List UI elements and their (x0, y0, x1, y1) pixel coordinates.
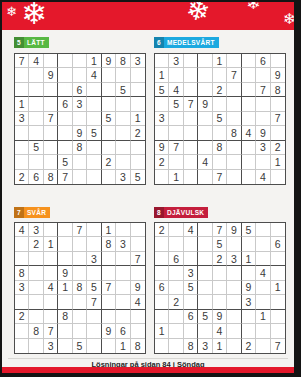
sudoku-cell-given: 1 (155, 324, 169, 338)
sudoku-cell-given: 7 (131, 252, 145, 266)
sudoku-cell-empty (29, 83, 43, 97)
sudoku-cell-empty (155, 339, 169, 353)
sudoku-cell-empty (155, 310, 169, 324)
sudoku-cell-empty (29, 97, 43, 111)
sudoku-cell-given: 8 (227, 126, 241, 140)
sudoku-cell-empty (169, 223, 183, 237)
sudoku-cell-given: 8 (58, 310, 72, 324)
sudoku-cell-empty (213, 281, 227, 295)
sudoku-cell-given: 4 (256, 266, 270, 280)
sudoku-cell-empty (58, 339, 72, 353)
sudoku-cell-empty (213, 68, 227, 82)
sudoku-cell-empty (242, 324, 256, 338)
sudoku-cell-given: 6 (184, 310, 198, 324)
sudoku-cell-empty (15, 339, 29, 353)
sudoku-cell-given: 3 (169, 54, 183, 68)
sudoku-cell-given: 9 (155, 141, 169, 155)
sudoku-cell-empty (102, 83, 116, 97)
sudoku-cell-given: 9 (227, 223, 241, 237)
sudoku-cell-empty (29, 155, 43, 169)
sudoku-cell-empty (198, 281, 212, 295)
sudoku-cell-given: 7 (227, 68, 241, 82)
snowflake-icon: ❄ (246, 2, 260, 12)
sudoku-cell-given: 7 (44, 112, 58, 126)
sudoku-cell-empty (213, 97, 227, 111)
sudoku-cell-empty (227, 97, 241, 111)
sudoku-cell-given: 3 (131, 54, 145, 68)
difficulty-badge-djavulsk: 8 DJÄVULSK (154, 207, 208, 218)
sudoku-cell-empty (169, 237, 183, 251)
sudoku-cell-empty (102, 266, 116, 280)
sudoku-cell-empty (242, 83, 256, 97)
sudoku-cell-empty (102, 295, 116, 309)
sudoku-cell-empty (44, 266, 58, 280)
sudoku-cell-empty (131, 83, 145, 97)
sudoku-cell-empty (169, 324, 183, 338)
sudoku-cell-empty (184, 252, 198, 266)
sudoku-cell-empty (271, 223, 285, 237)
sudoku-cell-given: 3 (198, 339, 212, 353)
sudoku-cell-empty (73, 155, 87, 169)
sudoku-cell-empty (242, 155, 256, 169)
sudoku-cell-given: 1 (15, 97, 29, 111)
sudoku-cell-given: 5 (198, 310, 212, 324)
sudoku-cell-empty (155, 54, 169, 68)
sudoku-cell-empty (29, 112, 43, 126)
sudoku-cell-empty (58, 68, 72, 82)
sudoku-cell-empty (256, 252, 270, 266)
sudoku-cell-empty (169, 281, 183, 295)
sudoku-cell-empty (44, 126, 58, 140)
sudoku-cell-given: 2 (15, 170, 29, 184)
sudoku-cell-empty (15, 126, 29, 140)
snowflake-icon: ❄ (21, 2, 47, 29)
sudoku-cell-empty (155, 266, 169, 280)
difficulty-badge-latt: 5 LÄTT (14, 37, 49, 48)
sudoku-cell-empty (198, 237, 212, 251)
sudoku-cell-empty (87, 170, 101, 184)
sudoku-cell-given: 5 (242, 223, 256, 237)
sudoku-cell-empty (73, 54, 87, 68)
sudoku-cell-empty (73, 324, 87, 338)
sudoku-cell-given: 1 (271, 281, 285, 295)
sudoku-cell-empty (58, 223, 72, 237)
sudoku-cell-given: 5 (87, 281, 101, 295)
sudoku-cell-given: 1 (169, 170, 183, 184)
sudoku-cell-given: 1 (242, 252, 256, 266)
sudoku-cell-empty (155, 237, 169, 251)
sudoku-cell-empty (44, 310, 58, 324)
sudoku-cell-given: 3 (87, 252, 101, 266)
sudoku-cell-given: 7 (44, 324, 58, 338)
sudoku-cell-empty (256, 155, 270, 169)
sudoku-cell-given: 6 (58, 97, 72, 111)
sudoku-cell-given: 8 (102, 237, 116, 251)
sudoku-cell-empty (116, 112, 130, 126)
sudoku-cell-empty (116, 281, 130, 295)
sudoku-cell-empty (15, 83, 29, 97)
sudoku-cell-empty (116, 126, 130, 140)
sudoku-cell-empty (227, 310, 241, 324)
sudoku-cell-empty (169, 155, 183, 169)
sudoku-cell-empty (256, 237, 270, 251)
sudoku-cell-given: 1 (155, 68, 169, 82)
sudoku-cell-empty (44, 252, 58, 266)
sudoku-cell-given: 1 (116, 339, 130, 353)
sudoku-cell-empty (227, 266, 241, 280)
sudoku-cell-given: 5 (169, 97, 183, 111)
sudoku-cell-empty (58, 54, 72, 68)
sudoku-cell-empty (184, 112, 198, 126)
sudoku-cell-empty (271, 126, 285, 140)
sudoku-cell-empty (242, 68, 256, 82)
sudoku-cell-empty (73, 112, 87, 126)
sudoku-cell-empty (271, 310, 285, 324)
sudoku-cell-empty (116, 310, 130, 324)
sudoku-cell-empty (58, 126, 72, 140)
sudoku-cell-empty (44, 141, 58, 155)
sudoku-cell-empty (184, 83, 198, 97)
sudoku-cell-empty (169, 310, 183, 324)
sudoku-cell-empty (58, 83, 72, 97)
sudoku-cell-given: 3 (29, 223, 43, 237)
sudoku-cell-given: 7 (73, 223, 87, 237)
sudoku-cell-given: 4 (87, 68, 101, 82)
sudoku-cell-empty (242, 170, 256, 184)
sudoku-cell-given: 1 (58, 281, 72, 295)
sudoku-cell-empty (29, 126, 43, 140)
sudoku-cell-empty (271, 252, 285, 266)
sudoku-cell-empty (15, 295, 29, 309)
sudoku-cell-empty (58, 237, 72, 251)
sudoku-cell-given: 4 (169, 83, 183, 97)
sudoku-cell-given: 6 (29, 170, 43, 184)
sudoku-cell-empty (102, 252, 116, 266)
sudoku-cell-empty (131, 324, 145, 338)
difficulty-number: 6 (154, 37, 164, 48)
sudoku-cell-empty (213, 155, 227, 169)
sudoku-cell-given: 8 (184, 339, 198, 353)
sudoku-cell-empty (184, 141, 198, 155)
sudoku-cell-given: 7 (87, 295, 101, 309)
sudoku-cell-empty (184, 155, 198, 169)
sudoku-cell-empty (87, 112, 101, 126)
sudoku-cell-empty (227, 295, 241, 309)
sudoku-cell-empty (116, 68, 130, 82)
sudoku-cell-given: 1 (256, 310, 270, 324)
sudoku-cell-empty (271, 170, 285, 184)
sudoku-cell-given: 4 (184, 223, 198, 237)
sudoku-cell-given: 5 (155, 83, 169, 97)
sudoku-cell-given: 4 (198, 155, 212, 169)
sudoku-cell-given: 2 (242, 339, 256, 353)
difficulty-badge-svar: 7 SVÅR (14, 207, 50, 218)
sudoku-cell-given: 1 (87, 54, 101, 68)
sudoku-cell-given: 5 (213, 112, 227, 126)
sudoku-cell-given: 8 (15, 266, 29, 280)
sudoku-cell-empty (29, 295, 43, 309)
sudoku-cell-empty (87, 237, 101, 251)
sudoku-cell-given: 9 (198, 97, 212, 111)
sudoku-cell-empty (198, 295, 212, 309)
sudoku-cell-given: 7 (58, 170, 72, 184)
sudoku-cell-given: 5 (116, 83, 130, 97)
sudoku-cell-empty (198, 54, 212, 68)
sudoku-cell-empty (87, 339, 101, 353)
snowflake-icon: ❄ (283, 11, 294, 26)
sudoku-cell-given: 9 (73, 126, 87, 140)
sudoku-cell-empty (198, 324, 212, 338)
sudoku-cell-empty (213, 295, 227, 309)
sudoku-cell-empty (242, 310, 256, 324)
sudoku-cell-empty (15, 237, 29, 251)
sudoku-cell-empty (131, 155, 145, 169)
sudoku-cell-given: 2 (213, 252, 227, 266)
sudoku-cell-given: 5 (184, 281, 198, 295)
sudoku-cell-given: 9 (256, 126, 270, 140)
sudoku-cell-empty (15, 324, 29, 338)
sudoku-cell-empty (131, 237, 145, 251)
sudoku-cell-given: 8 (73, 141, 87, 155)
sudoku-cell-given: 5 (87, 126, 101, 140)
sudoku-cell-empty (44, 54, 58, 68)
sudoku-cell-given: 4 (256, 170, 270, 184)
sudoku-cell-empty (29, 339, 43, 353)
sudoku-cell-given: 8 (131, 339, 145, 353)
sudoku-cell-given: 5 (102, 112, 116, 126)
sudoku-cell-empty (58, 324, 72, 338)
sudoku-cell-empty (116, 155, 130, 169)
sudoku-cell-empty (169, 339, 183, 353)
sudoku-cell-given: 2 (271, 141, 285, 155)
sudoku-cell-empty (227, 83, 241, 97)
sudoku-cell-given: 4 (242, 126, 256, 140)
sudoku-cell-given: 3 (116, 237, 130, 251)
sudoku-cell-given: 3 (155, 112, 169, 126)
sudoku-cell-given: 7 (15, 54, 29, 68)
sudoku-cell-empty (58, 295, 72, 309)
newspaper-page: ❄ ❄ ❄ ❄ ❄ 5 LÄTT 74198394651633751952585… (0, 0, 301, 377)
sudoku-cell-empty (155, 126, 169, 140)
sudoku-cell-empty (242, 237, 256, 251)
sudoku-cell-empty (116, 97, 130, 111)
sudoku-cell-empty (87, 324, 101, 338)
sudoku-cell-given: 9 (213, 310, 227, 324)
sudoku-cell-empty (184, 126, 198, 140)
sudoku-cell-empty (87, 266, 101, 280)
sudoku-cell-empty (227, 54, 241, 68)
sudoku-grid-svar: 4371218337893418579742887963518 (14, 222, 146, 354)
sudoku-cell-given: 6 (169, 252, 183, 266)
sudoku-cell-empty (184, 295, 198, 309)
sudoku-cell-given: 6 (116, 324, 130, 338)
sudoku-cell-empty (102, 170, 116, 184)
sudoku-cell-empty (15, 155, 29, 169)
sudoku-cell-empty (44, 223, 58, 237)
sudoku-cell-given: 4 (131, 295, 145, 309)
sudoku-cell-given: 7 (256, 83, 270, 97)
sudoku-cell-empty (44, 97, 58, 111)
sudoku-cell-given: 2 (15, 310, 29, 324)
difficulty-label: LÄTT (24, 37, 49, 48)
sudoku-cell-empty (15, 252, 29, 266)
sudoku-cell-given: 2 (155, 223, 169, 237)
difficulty-label: SVÅR (24, 207, 50, 218)
sudoku-cell-empty (87, 310, 101, 324)
sudoku-cell-empty (131, 97, 145, 111)
sudoku-cell-empty (131, 310, 145, 324)
sudoku-cell-given: 8 (213, 141, 227, 155)
sudoku-cell-empty (184, 237, 198, 251)
sudoku-cell-empty (155, 295, 169, 309)
sudoku-cell-given: 9 (102, 54, 116, 68)
sudoku-cell-empty (44, 83, 58, 97)
header-banner: ❄ ❄ ❄ ❄ ❄ (2, 2, 294, 30)
sudoku-cell-empty (87, 223, 101, 237)
sudoku-cell-given: 2 (169, 295, 183, 309)
sudoku-cell-given: 7 (184, 97, 198, 111)
sudoku-cell-empty (213, 126, 227, 140)
sudoku-cell-empty (102, 339, 116, 353)
sudoku-cell-given: 9 (102, 324, 116, 338)
sudoku-cell-given: 8 (116, 54, 130, 68)
puzzle-page: ❄ ❄ ❄ ❄ ❄ 5 LÄTT 74198394651633751952585… (2, 2, 294, 373)
sudoku-cell-empty (131, 223, 145, 237)
sudoku-cell-empty (169, 68, 183, 82)
sudoku-cell-empty (116, 223, 130, 237)
sudoku-cell-given: 5 (131, 170, 145, 184)
sudoku-cell-empty (198, 266, 212, 280)
sudoku-cell-empty (198, 112, 212, 126)
sudoku-cell-given: 3 (256, 141, 270, 155)
sudoku-cell-given: 4 (29, 54, 43, 68)
sudoku-cell-given: 7 (213, 223, 227, 237)
sudoku-cell-given: 8 (29, 324, 43, 338)
sudoku-cell-given: 9 (271, 68, 285, 82)
difficulty-label: MEDELSVÅRT (164, 37, 219, 48)
sudoku-cell-given: 6 (256, 54, 270, 68)
sudoku-cell-given: 3 (15, 281, 29, 295)
sudoku-cell-given: 1 (213, 54, 227, 68)
sudoku-cell-empty (116, 266, 130, 280)
sudoku-cell-empty (271, 324, 285, 338)
sudoku-cell-empty (198, 126, 212, 140)
sudoku-cell-empty (227, 281, 241, 295)
snowflake-icon: ❄ (183, 2, 213, 27)
sudoku-cell-empty (256, 112, 270, 126)
sudoku-cell-empty (116, 252, 130, 266)
sudoku-grid-djavulsk: 247955662313465912365911483127 (154, 222, 286, 354)
sudoku-cell-empty (169, 112, 183, 126)
sudoku-cell-given: 1 (271, 155, 285, 169)
sudoku-cell-empty (87, 97, 101, 111)
sudoku-cell-empty (242, 54, 256, 68)
sudoku-cell-empty (256, 68, 270, 82)
difficulty-number: 7 (14, 207, 24, 218)
sudoku-cell-empty (15, 141, 29, 155)
sudoku-cell-empty (102, 126, 116, 140)
sudoku-cell-empty (271, 54, 285, 68)
sudoku-cell-empty (242, 112, 256, 126)
sudoku-cell-given: 3 (116, 170, 130, 184)
difficulty-label: DJÄVULSK (164, 207, 208, 218)
sudoku-cell-empty (198, 252, 212, 266)
sudoku-grid-medelsvart: 3161795427857935784997832241174 (154, 53, 286, 185)
sudoku-cell-empty (184, 170, 198, 184)
sudoku-cell-empty (227, 141, 241, 155)
sudoku-cell-empty (102, 141, 116, 155)
sudoku-cell-empty (29, 281, 43, 295)
snowflake-icon: ❄ (6, 5, 17, 18)
sudoku-cell-empty (256, 295, 270, 309)
sudoku-cell-empty (58, 141, 72, 155)
sudoku-cell-empty (29, 310, 43, 324)
sudoku-cell-empty (58, 252, 72, 266)
sudoku-cell-empty (169, 126, 183, 140)
sudoku-cell-given: 3 (242, 295, 256, 309)
sudoku-cell-given: 3 (15, 112, 29, 126)
sudoku-cell-empty (242, 266, 256, 280)
sudoku-cell-given: 5 (73, 339, 87, 353)
sudoku-cell-given: 4 (15, 223, 29, 237)
sudoku-cell-empty (87, 83, 101, 97)
sudoku-cell-given: 2 (29, 237, 43, 251)
sudoku-cell-given: 5 (213, 237, 227, 251)
sudoku-cell-given: 9 (131, 281, 145, 295)
sudoku-cell-empty (227, 339, 241, 353)
difficulty-badge-medelsvart: 6 MEDELSVÅRT (154, 37, 219, 48)
sudoku-grid-latt: 741983946516337519525852268735 (14, 53, 146, 185)
sudoku-cell-given: 7 (169, 141, 183, 155)
sudoku-cell-given: 1 (102, 223, 116, 237)
sudoku-cell-empty (29, 252, 43, 266)
sudoku-cell-empty (227, 324, 241, 338)
sudoku-cell-empty (15, 68, 29, 82)
sudoku-cell-given: 4 (213, 324, 227, 338)
sudoku-cell-empty (58, 112, 72, 126)
sudoku-cell-empty (184, 68, 198, 82)
sudoku-cell-empty (213, 266, 227, 280)
sudoku-cell-empty (256, 281, 270, 295)
sudoku-cell-given: 7 (213, 170, 227, 184)
sudoku-cell-empty (198, 83, 212, 97)
difficulty-number: 8 (154, 207, 164, 218)
sudoku-cell-empty (256, 324, 270, 338)
sudoku-cell-empty (102, 68, 116, 82)
sudoku-cell-given: 8 (44, 170, 58, 184)
sudoku-cell-empty (169, 266, 183, 280)
sudoku-cell-given: 5 (29, 141, 43, 155)
sudoku-cell-given: 5 (58, 155, 72, 169)
sudoku-cell-empty (131, 266, 145, 280)
sudoku-cell-empty (73, 237, 87, 251)
sudoku-cell-empty (242, 141, 256, 155)
sudoku-cell-empty (29, 266, 43, 280)
sudoku-cell-empty (184, 324, 198, 338)
sudoku-cell-given: 4 (44, 281, 58, 295)
sudoku-cell-given: 1 (131, 112, 145, 126)
sudoku-cell-empty (73, 310, 87, 324)
sudoku-cell-given: 9 (242, 281, 256, 295)
sudoku-cell-empty (256, 339, 270, 353)
sudoku-cell-empty (155, 97, 169, 111)
sudoku-cell-empty (184, 54, 198, 68)
sudoku-cell-given: 6 (271, 237, 285, 251)
sudoku-cell-empty (44, 295, 58, 309)
sudoku-cell-given: 8 (73, 281, 87, 295)
sudoku-cell-empty (131, 141, 145, 155)
sudoku-cell-given: 6 (73, 83, 87, 97)
